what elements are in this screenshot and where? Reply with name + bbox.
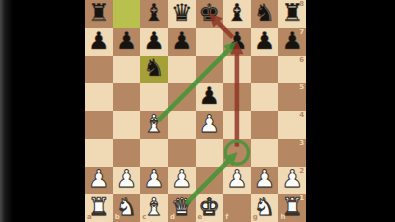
white-king-e1[interactable]: ♚ (196, 193, 224, 221)
square-c1[interactable]: c♝ (140, 194, 168, 222)
white-pawn-a2[interactable]: ♟ (85, 166, 113, 194)
square-c2[interactable]: ♟ (140, 167, 168, 195)
black-bishop-f8[interactable]: ♝ (223, 0, 251, 27)
square-d6[interactable] (168, 56, 196, 84)
square-f3[interactable] (223, 139, 251, 167)
square-e4[interactable]: ♟ (196, 111, 224, 139)
white-pawn-f2[interactable]: ♟ (223, 166, 251, 194)
square-a1[interactable]: a♜ (85, 194, 113, 222)
square-f4[interactable] (223, 111, 251, 139)
square-b1[interactable]: b♞ (113, 194, 141, 222)
square-g5[interactable] (251, 83, 279, 111)
black-pawn-b7[interactable]: ♟ (113, 27, 141, 55)
white-pawn-b2[interactable]: ♟ (113, 166, 141, 194)
square-c7[interactable]: ♟ (140, 28, 168, 56)
square-e6[interactable] (196, 56, 224, 84)
letterbox-left (0, 0, 85, 222)
square-g2[interactable]: ♟ (251, 167, 279, 195)
white-pawn-e4[interactable]: ♟ (196, 110, 224, 138)
black-knight-g8[interactable]: ♞ (251, 0, 279, 27)
file-label-f: f (225, 214, 228, 221)
square-f7[interactable]: ♟ (223, 28, 251, 56)
square-d8[interactable]: ♛ (168, 0, 196, 28)
square-a3[interactable] (85, 139, 113, 167)
black-pawn-f7[interactable]: ♟ (223, 27, 251, 55)
square-d4[interactable] (168, 111, 196, 139)
black-pawn-d7[interactable]: ♟ (168, 27, 196, 55)
black-king-e8[interactable]: ♚ (196, 0, 224, 27)
square-b7[interactable]: ♟ (113, 28, 141, 56)
black-bishop-c8[interactable]: ♝ (140, 0, 168, 27)
square-h4[interactable]: 4 (278, 111, 306, 139)
square-e3[interactable] (196, 139, 224, 167)
square-h5[interactable]: 5 (278, 83, 306, 111)
white-pawn-d2[interactable]: ♟ (168, 166, 196, 194)
white-pawn-h2[interactable]: ♟ (278, 166, 306, 194)
square-b8[interactable] (113, 0, 141, 28)
square-e5[interactable]: ♟ (196, 83, 224, 111)
rank-label-5: 5 (299, 84, 304, 91)
square-g6[interactable] (251, 56, 279, 84)
square-c8[interactable]: ♝ (140, 0, 168, 28)
square-b5[interactable] (113, 83, 141, 111)
square-h3[interactable]: 3 (278, 139, 306, 167)
square-c5[interactable] (140, 83, 168, 111)
square-f2[interactable]: ♟ (223, 167, 251, 195)
square-c3[interactable] (140, 139, 168, 167)
black-rook-a8[interactable]: ♜ (85, 0, 113, 27)
white-bishop-c4[interactable]: ♝ (140, 110, 168, 138)
square-a7[interactable]: ♟ (85, 28, 113, 56)
square-e2[interactable] (196, 167, 224, 195)
square-d5[interactable] (168, 83, 196, 111)
square-d1[interactable]: d♛ (168, 194, 196, 222)
rank-label-4: 4 (299, 112, 304, 119)
square-g3[interactable] (251, 139, 279, 167)
white-pawn-g2[interactable]: ♟ (251, 166, 279, 194)
square-g8[interactable]: ♞ (251, 0, 279, 28)
square-f6[interactable] (223, 56, 251, 84)
white-knight-g1[interactable]: ♞ (251, 193, 279, 221)
video-frame: ♜♝♛♚♝♞8♜♟♟♟♟♟♟7♟♞6♟5♝♟43♟♟♟♟♟♟2♟a♜b♞c♝d♛… (0, 0, 395, 222)
rank-label-6: 6 (299, 57, 304, 64)
square-h8[interactable]: 8♜ (278, 0, 306, 28)
square-b3[interactable] (113, 139, 141, 167)
square-g7[interactable]: ♟ (251, 28, 279, 56)
square-f1[interactable]: f (223, 194, 251, 222)
black-pawn-g7[interactable]: ♟ (251, 27, 279, 55)
square-c6[interactable]: ♞ (140, 56, 168, 84)
square-h1[interactable]: 1h♜ (278, 194, 306, 222)
square-b2[interactable]: ♟ (113, 167, 141, 195)
square-g1[interactable]: g♞ (251, 194, 279, 222)
square-a6[interactable] (85, 56, 113, 84)
black-pawn-a7[interactable]: ♟ (85, 27, 113, 55)
square-h6[interactable]: 6 (278, 56, 306, 84)
white-rook-a1[interactable]: ♜ (85, 193, 113, 221)
black-queen-d8[interactable]: ♛ (168, 0, 196, 27)
square-f5[interactable] (223, 83, 251, 111)
square-d2[interactable]: ♟ (168, 167, 196, 195)
square-a4[interactable] (85, 111, 113, 139)
black-knight-c6[interactable]: ♞ (140, 55, 168, 83)
white-bishop-c1[interactable]: ♝ (140, 193, 168, 221)
square-e8[interactable]: ♚ (196, 0, 224, 28)
square-f8[interactable]: ♝ (223, 0, 251, 28)
square-g4[interactable] (251, 111, 279, 139)
square-b4[interactable] (113, 111, 141, 139)
square-e1[interactable]: e♚ (196, 194, 224, 222)
black-rook-h8[interactable]: ♜ (278, 0, 306, 27)
square-b6[interactable] (113, 56, 141, 84)
rank-label-3: 3 (299, 140, 304, 147)
square-c4[interactable]: ♝ (140, 111, 168, 139)
square-h2[interactable]: 2♟ (278, 167, 306, 195)
white-pawn-c2[interactable]: ♟ (140, 166, 168, 194)
chess-board[interactable]: ♜♝♛♚♝♞8♜♟♟♟♟♟♟7♟♞6♟5♝♟43♟♟♟♟♟♟2♟a♜b♞c♝d♛… (85, 0, 306, 222)
black-pawn-c7[interactable]: ♟ (140, 27, 168, 55)
square-a2[interactable]: ♟ (85, 167, 113, 195)
square-a5[interactable] (85, 83, 113, 111)
square-d3[interactable] (168, 139, 196, 167)
white-queen-d1[interactable]: ♛ (168, 193, 196, 221)
square-d7[interactable]: ♟ (168, 28, 196, 56)
square-e7[interactable] (196, 28, 224, 56)
black-pawn-h7[interactable]: ♟ (278, 27, 306, 55)
white-rook-h1[interactable]: ♜ (278, 193, 306, 221)
white-knight-b1[interactable]: ♞ (113, 193, 141, 221)
square-h7[interactable]: 7♟ (278, 28, 306, 56)
black-pawn-e5[interactable]: ♟ (196, 82, 224, 110)
letterbox-right (306, 0, 395, 222)
square-a8[interactable]: ♜ (85, 0, 113, 28)
